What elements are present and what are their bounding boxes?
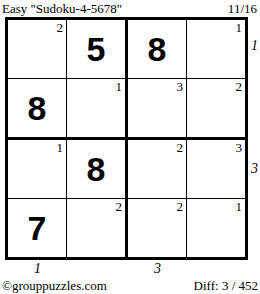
cell-r1c1[interactable]: 2 — [8, 20, 67, 79]
puzzle-title: Easy "Sudoku-4-5678" — [2, 1, 122, 17]
cell-corner-mark: 1 — [236, 199, 243, 214]
cell-r4c3[interactable]: 2 — [128, 199, 187, 257]
cell-r2c4[interactable]: 2 — [187, 79, 245, 140]
cell-r3c3[interactable]: 2 — [128, 140, 187, 199]
cell-corner-mark: 1 — [116, 79, 123, 94]
cell-value: 7 — [28, 211, 47, 245]
cell-corner-mark: 2 — [177, 199, 184, 214]
cell-corner-mark: 3 — [177, 79, 184, 94]
cell-r1c2[interactable]: 5 — [67, 20, 128, 79]
cell-r2c2[interactable]: 1 — [67, 79, 128, 140]
cell-value: 5 — [87, 32, 106, 66]
difficulty-label: Diff: 3 / 452 — [194, 278, 258, 294]
cell-corner-mark: 1 — [236, 20, 243, 35]
copyright-text: ©grouppuzzles.com — [2, 278, 107, 294]
cell-r1c3[interactable]: 8 — [128, 20, 187, 79]
cell-r1c4[interactable]: 1 — [187, 20, 245, 79]
cell-corner-mark: 2 — [57, 20, 64, 35]
cell-r2c3[interactable]: 3 — [128, 79, 187, 140]
cell-counter: 11/16 — [228, 1, 257, 17]
cell-value: 8 — [87, 152, 106, 186]
cell-corner-mark: 3 — [236, 140, 243, 155]
col-label-bottom-3: 3 — [128, 261, 187, 277]
sudoku-board: 2 5 8 1 8 1 3 2 1 8 2 3 7 2 2 1 — [5, 17, 248, 260]
col-label-bottom-1: 1 — [8, 261, 67, 277]
cell-r4c1[interactable]: 7 — [8, 199, 67, 257]
cell-value: 8 — [28, 91, 47, 125]
cell-corner-mark: 2 — [116, 199, 123, 214]
cell-r3c1[interactable]: 1 — [8, 140, 67, 199]
cell-r3c2[interactable]: 8 — [67, 140, 128, 199]
cell-corner-mark: 2 — [177, 140, 184, 155]
row-label-right-1: 1 — [251, 38, 258, 54]
cell-corner-mark: 2 — [236, 79, 243, 94]
cell-corner-mark: 1 — [57, 140, 64, 155]
cell-r4c4[interactable]: 1 — [187, 199, 245, 257]
row-label-right-3: 3 — [251, 161, 258, 177]
cell-r4c2[interactable]: 2 — [67, 199, 128, 257]
cell-r2c1[interactable]: 8 — [8, 79, 67, 140]
cell-value: 8 — [148, 32, 167, 66]
cell-r3c4[interactable]: 3 — [187, 140, 245, 199]
